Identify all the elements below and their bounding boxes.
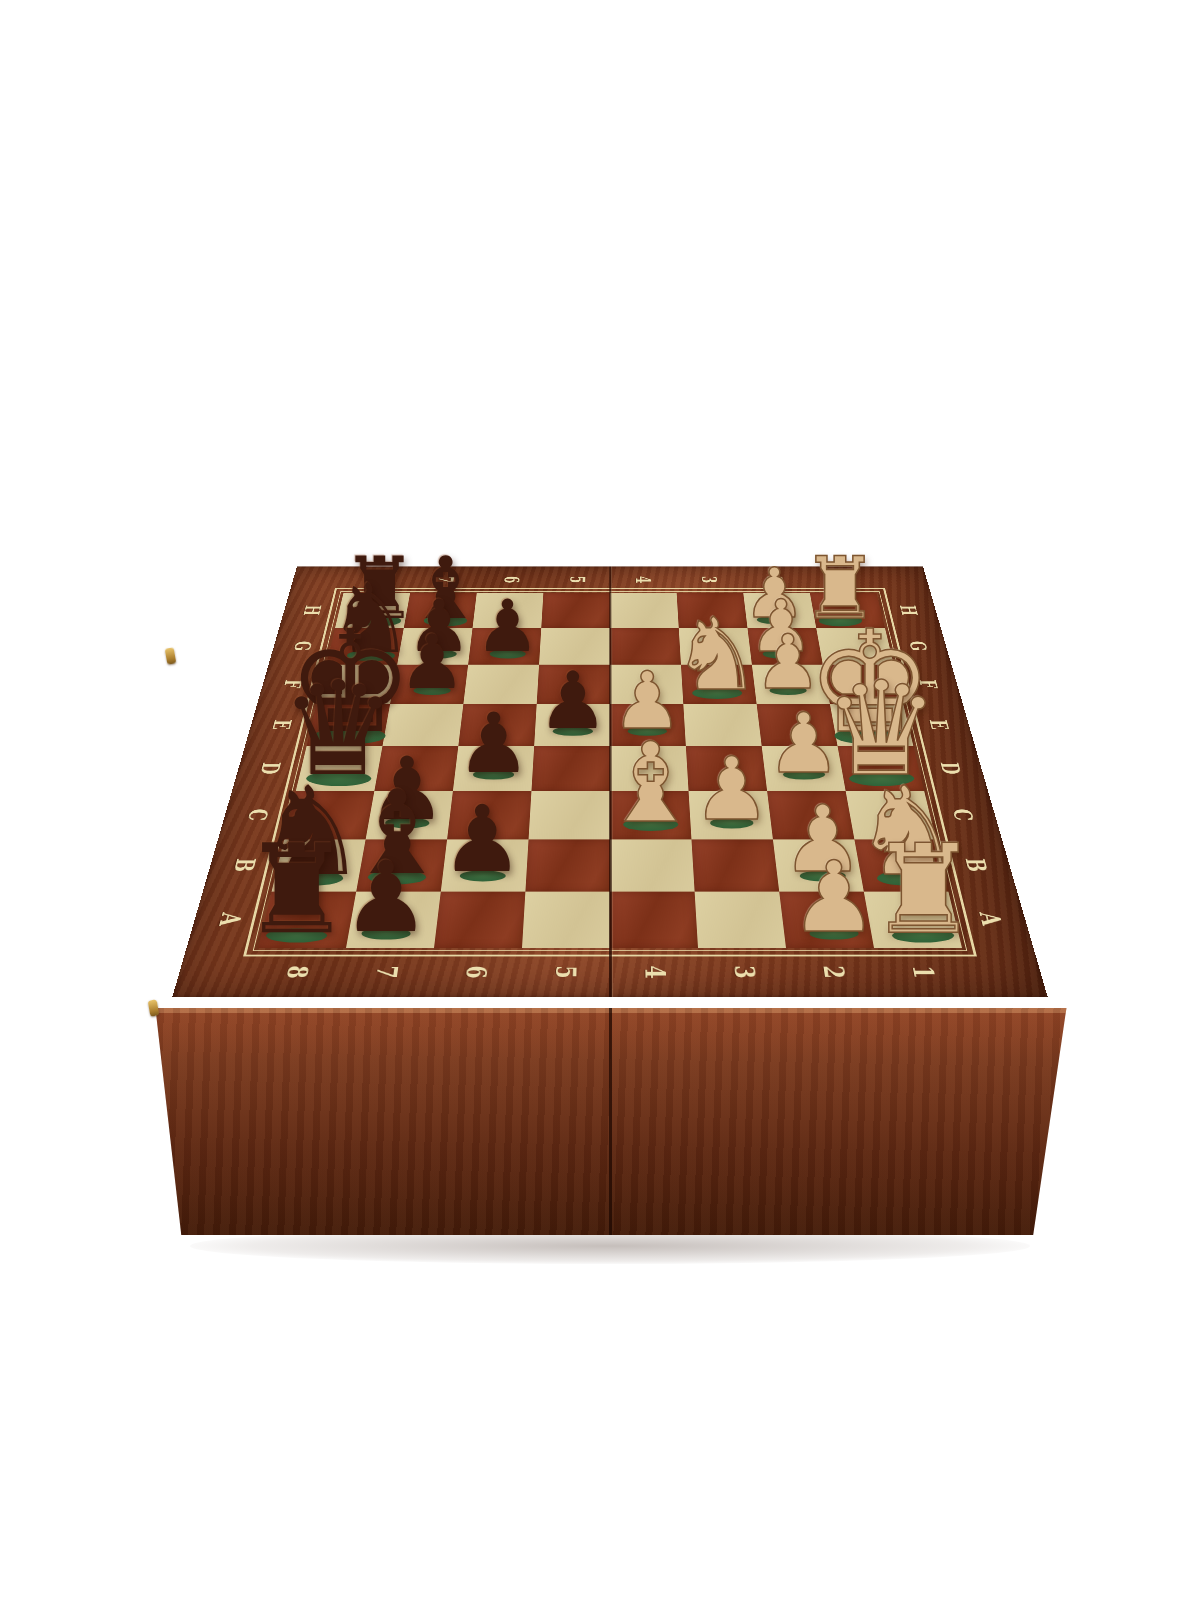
black-pawn-g6[interactable]: ♟ bbox=[475, 590, 540, 662]
square-c5[interactable] bbox=[529, 791, 610, 839]
fold-seam-front bbox=[609, 1008, 612, 1242]
square-a4[interactable] bbox=[610, 892, 698, 948]
square-h5[interactable] bbox=[541, 593, 610, 628]
square-h4[interactable] bbox=[610, 593, 679, 628]
black-pawn-a7[interactable]: ♟ bbox=[342, 847, 430, 945]
square-b4[interactable] bbox=[610, 839, 695, 891]
rank-label-bottom-3: 3 bbox=[727, 965, 761, 978]
white-rook-a1[interactable]: ♜ bbox=[868, 827, 978, 950]
rank-label-bottom-6: 6 bbox=[459, 965, 493, 978]
box-front-face bbox=[148, 1008, 1072, 1242]
rank-label-top-5: 5 bbox=[565, 576, 589, 583]
white-knight-f3[interactable]: ♞ bbox=[672, 605, 762, 705]
rank-label-bottom-8: 8 bbox=[279, 965, 314, 978]
white-pawn-c3[interactable]: ♟ bbox=[693, 746, 771, 833]
brass-clasp-lower bbox=[148, 999, 160, 1016]
rank-label-top-6: 6 bbox=[499, 576, 524, 583]
square-a3[interactable] bbox=[695, 892, 786, 948]
square-a5[interactable] bbox=[522, 892, 610, 948]
square-b3[interactable] bbox=[691, 839, 779, 891]
black-pawn-e5[interactable]: ♟ bbox=[537, 662, 608, 741]
black-pawn-d6[interactable]: ♟ bbox=[456, 702, 530, 785]
rank-label-bottom-1: 1 bbox=[905, 965, 940, 978]
square-d5[interactable] bbox=[531, 746, 610, 791]
black-pawn-b6[interactable]: ♟ bbox=[441, 794, 523, 886]
square-b5[interactable] bbox=[525, 839, 610, 891]
brass-clasp-upper bbox=[165, 647, 177, 664]
product-photo-stage: 8877665544332211HHGGFFEEDDCCBBAA ♜♝♜♟♞♟♟… bbox=[0, 0, 1200, 1600]
rank-label-top-4: 4 bbox=[631, 576, 655, 583]
rank-label-bottom-2: 2 bbox=[816, 965, 851, 978]
rank-label-bottom-4: 4 bbox=[638, 965, 671, 978]
rank-label-top-3: 3 bbox=[696, 576, 721, 583]
rank-label-bottom-5: 5 bbox=[549, 965, 582, 978]
rank-label-bottom-7: 7 bbox=[369, 965, 404, 978]
black-rook-a8[interactable]: ♜ bbox=[242, 827, 352, 950]
white-bishop-c4[interactable]: ♝ bbox=[601, 728, 700, 838]
white-pawn-a2[interactable]: ♟ bbox=[790, 847, 878, 945]
